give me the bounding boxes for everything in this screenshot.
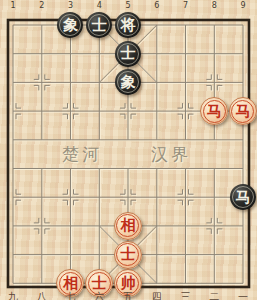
- piece-red-horse[interactable]: 马: [229, 97, 257, 125]
- piece-black-elephant[interactable]: 象: [57, 12, 83, 38]
- file-label-top-6: 6: [154, 1, 159, 11]
- piece-glyph: 象: [120, 75, 135, 90]
- piece-glyph: 士: [120, 46, 135, 61]
- file-label-top-9: 9: [240, 1, 245, 11]
- piece-glyph: 士: [92, 18, 107, 33]
- piece-black-horse[interactable]: 马: [230, 184, 256, 210]
- file-label-bottom-2: 八: [37, 292, 47, 300]
- file-label-top-5: 5: [125, 1, 130, 11]
- file-label-bottom-8: 二: [209, 292, 219, 300]
- piece-glyph: 马: [235, 190, 250, 205]
- piece-glyph: 象: [63, 18, 78, 33]
- file-label-top-7: 7: [183, 1, 188, 11]
- file-label-bottom-9: 一: [238, 292, 248, 300]
- piece-glyph: 相: [120, 218, 135, 233]
- piece-glyph: 士: [120, 247, 135, 262]
- piece-glyph: 马: [207, 104, 222, 119]
- piece-black-general[interactable]: 将: [115, 12, 141, 38]
- piece-red-horse[interactable]: 马: [200, 97, 228, 125]
- piece-glyph: 将: [120, 18, 135, 33]
- piece-glyph: 帅: [120, 276, 135, 291]
- piece-glyph: 士: [92, 276, 107, 291]
- piece-glyph: 马: [235, 104, 250, 119]
- piece-black-elephant[interactable]: 象: [115, 69, 141, 95]
- file-label-top-3: 3: [68, 1, 73, 11]
- piece-black-advisor[interactable]: 士: [115, 41, 141, 67]
- file-label-bottom-1: 九: [8, 292, 18, 300]
- xiangqi-board-screenshot: 楚河 汉界 象士将士象马马马相士相士帅 123456789九八七六五四三二一: [0, 0, 257, 300]
- piece-layer: 象士将士象马马马相士相士帅: [0, 11, 257, 298]
- file-label-bottom-3: 七: [66, 292, 76, 300]
- piece-red-advisor[interactable]: 士: [114, 241, 142, 269]
- file-label-top-2: 2: [39, 1, 44, 11]
- piece-black-advisor[interactable]: 士: [86, 12, 112, 38]
- piece-red-elephant[interactable]: 相: [114, 212, 142, 240]
- file-label-top-4: 4: [97, 1, 102, 11]
- file-label-top-8: 8: [212, 1, 217, 11]
- file-label-bottom-5: 五: [123, 292, 133, 300]
- file-label-bottom-7: 三: [181, 292, 191, 300]
- file-label-top-1: 1: [10, 1, 15, 11]
- piece-glyph: 相: [63, 276, 78, 291]
- file-label-bottom-4: 六: [94, 292, 104, 300]
- file-label-bottom-6: 四: [152, 292, 162, 300]
